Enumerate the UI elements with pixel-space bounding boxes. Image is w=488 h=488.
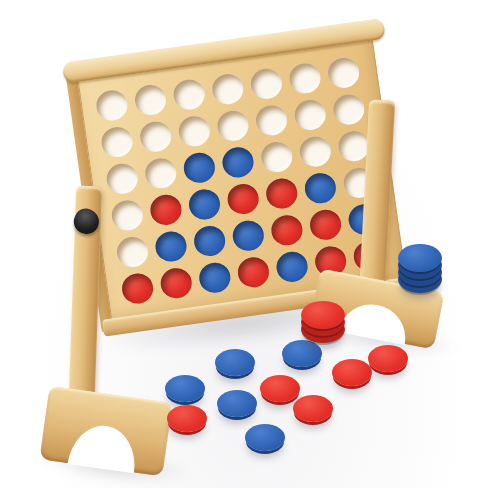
loose-disc-blue-5[interactable] bbox=[165, 375, 205, 402]
loose-disc-blue-10[interactable] bbox=[245, 424, 285, 451]
loose-disc-red-8[interactable] bbox=[293, 395, 333, 422]
loose-disc-red-9[interactable] bbox=[167, 405, 207, 432]
floor-discs bbox=[0, 0, 488, 488]
disc-stack-red[interactable] bbox=[301, 301, 345, 353]
loose-disc-blue-7[interactable] bbox=[217, 390, 257, 417]
loose-disc-red-4[interactable] bbox=[332, 359, 372, 386]
loose-disc-red-3[interactable] bbox=[368, 345, 408, 372]
scene bbox=[0, 0, 488, 488]
disc-stack-layer bbox=[398, 244, 442, 272]
disc-stack-blue[interactable] bbox=[398, 244, 442, 296]
disc-stack-layer bbox=[301, 301, 345, 329]
loose-disc-red-6[interactable] bbox=[260, 375, 300, 402]
loose-disc-blue-1[interactable] bbox=[215, 349, 255, 376]
